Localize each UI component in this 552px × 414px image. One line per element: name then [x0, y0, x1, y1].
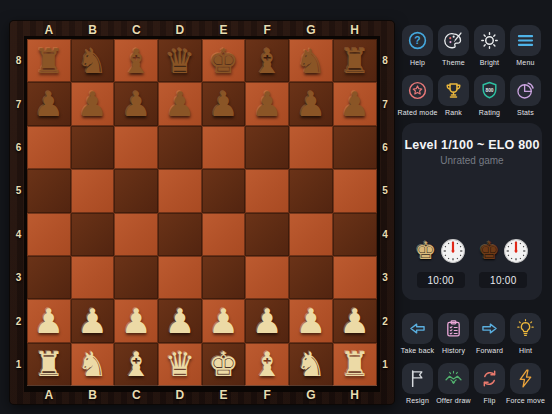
- black-pawn: ♟: [165, 87, 195, 121]
- svg-text:?: ?: [414, 34, 420, 46]
- bright-label: Bright: [480, 59, 500, 66]
- square-c6[interactable]: [114, 126, 158, 169]
- menu-cell: Menu: [510, 25, 541, 66]
- hint-cell: Hint: [510, 313, 541, 354]
- square-h7[interactable]: ♟: [333, 82, 377, 125]
- file-label-bottom-d: D: [158, 386, 202, 404]
- rated-mode-icon: [407, 80, 428, 101]
- square-g1[interactable]: ♞: [289, 343, 333, 386]
- black-pawn: ♟: [34, 87, 64, 121]
- file-label-bottom-a: A: [27, 386, 71, 404]
- rated-mode-button[interactable]: [402, 75, 433, 106]
- black-knight: ♞: [77, 44, 107, 78]
- file-label-bottom-b: B: [71, 386, 115, 404]
- bright-cell: Bright: [474, 25, 505, 66]
- take-back-icon: [407, 318, 428, 339]
- black-bishop: ♝: [121, 44, 151, 78]
- square-b7[interactable]: ♟: [71, 82, 115, 125]
- black-pawn: ♟: [252, 87, 282, 121]
- black-pawn: ♟: [77, 87, 107, 121]
- square-h3[interactable]: [333, 256, 377, 299]
- stats-button[interactable]: [510, 75, 541, 106]
- panel-bottom-buttons: Take backHistoryForwardHintResignOffer d…: [402, 313, 541, 404]
- game-info-card: Level 1/100 ~ ELO 800 Unrated game ♚ ♚ 1…: [402, 123, 542, 300]
- flip-cell: Flip: [474, 363, 505, 404]
- square-e4[interactable]: [202, 213, 246, 256]
- bright-button[interactable]: [474, 25, 505, 56]
- white-king: ♚: [208, 347, 238, 381]
- square-f8[interactable]: ♝: [245, 39, 289, 82]
- square-c2[interactable]: ♟: [114, 299, 158, 342]
- rank-label-right-5: 5: [377, 169, 394, 212]
- file-label-top-b: B: [71, 21, 115, 39]
- square-f2[interactable]: ♟: [245, 299, 289, 342]
- white-bishop: ♝: [252, 347, 282, 381]
- white-king-icon: ♚: [415, 239, 437, 263]
- black-queen: ♛: [165, 44, 195, 78]
- square-c5[interactable]: [114, 169, 158, 212]
- white-pawn: ♟: [77, 304, 107, 338]
- square-d1[interactable]: ♛: [158, 343, 202, 386]
- flip-label: Flip: [483, 397, 495, 404]
- black-pawn: ♟: [296, 87, 326, 121]
- rated-mode-label: Rated mode: [397, 109, 437, 116]
- square-f6[interactable]: [245, 126, 289, 169]
- hint-label: Hint: [519, 347, 532, 354]
- take-back-button[interactable]: [402, 313, 433, 344]
- svg-text:800: 800: [485, 88, 493, 93]
- resign-cell: Resign: [402, 363, 433, 404]
- menu-icon: [515, 30, 536, 51]
- force-move-icon: [515, 368, 536, 389]
- square-f3[interactable]: [245, 256, 289, 299]
- forward-button[interactable]: [474, 313, 505, 344]
- square-b4[interactable]: [71, 213, 115, 256]
- rank-label-right-6: 6: [377, 126, 394, 169]
- resign-button[interactable]: [402, 363, 433, 394]
- black-pawn: ♟: [208, 87, 238, 121]
- square-a6[interactable]: [27, 126, 71, 169]
- white-pawn: ♟: [34, 304, 64, 338]
- square-e7[interactable]: ♟: [202, 82, 246, 125]
- square-g3[interactable]: [289, 256, 333, 299]
- force-move-label: Force move: [506, 397, 545, 404]
- resign-icon: [407, 368, 428, 389]
- square-f5[interactable]: [245, 169, 289, 212]
- menu-button[interactable]: [510, 25, 541, 56]
- black-time: 10:00: [479, 272, 527, 288]
- offer-draw-icon: [443, 368, 464, 389]
- rank-label-right-7: 7: [377, 82, 394, 125]
- rank-label-left-1: 1: [10, 343, 27, 386]
- black-king-icon: ♚: [478, 239, 500, 263]
- rank-label-right-1: 1: [377, 343, 394, 386]
- square-f1[interactable]: ♝: [245, 343, 289, 386]
- black-clock-icon: [503, 238, 529, 264]
- square-g2[interactable]: ♟: [289, 299, 333, 342]
- square-c7[interactable]: ♟: [114, 82, 158, 125]
- force-move-button[interactable]: [510, 363, 541, 394]
- file-label-bottom-g: G: [289, 386, 333, 404]
- white-clock-group: ♚: [415, 238, 466, 264]
- rating-label: Rating: [479, 109, 500, 116]
- square-d2[interactable]: ♟: [158, 299, 202, 342]
- square-b5[interactable]: [71, 169, 115, 212]
- resign-label: Resign: [406, 397, 429, 404]
- help-cell: ?Help: [402, 25, 433, 66]
- square-d4[interactable]: [158, 213, 202, 256]
- rated-mode-cell: Rated mode: [402, 75, 433, 116]
- white-knight: ♞: [296, 347, 326, 381]
- menu-label: Menu: [516, 59, 534, 66]
- take-back-cell: Take back: [402, 313, 433, 354]
- white-pawn: ♟: [339, 304, 369, 338]
- square-a7[interactable]: ♟: [27, 82, 71, 125]
- white-clock-icon: [440, 238, 466, 264]
- black-rook: ♜: [34, 44, 64, 78]
- file-label-bottom-h: H: [333, 386, 377, 404]
- white-rook: ♜: [339, 347, 369, 381]
- rank-label-left-8: 8: [10, 39, 27, 82]
- history-label: History: [442, 347, 465, 354]
- square-d5[interactable]: [158, 169, 202, 212]
- white-time: 10:00: [417, 272, 465, 288]
- square-c4[interactable]: [114, 213, 158, 256]
- square-d3[interactable]: [158, 256, 202, 299]
- file-label-bottom-c: C: [114, 386, 158, 404]
- square-e6[interactable]: [202, 126, 246, 169]
- panel-top-buttons: ?HelpThemeBrightMenuRated modeRank800Rat…: [402, 25, 541, 116]
- game-type-subtitle: Unrated game: [440, 155, 503, 166]
- hint-button[interactable]: [510, 313, 541, 344]
- square-e2[interactable]: ♟: [202, 299, 246, 342]
- file-label-top-c: C: [114, 21, 158, 39]
- rank-label-left-7: 7: [10, 82, 27, 125]
- flip-icon: [479, 368, 500, 389]
- square-g4[interactable]: [289, 213, 333, 256]
- square-d7[interactable]: ♟: [158, 82, 202, 125]
- square-h5[interactable]: [333, 169, 377, 212]
- black-pawn: ♟: [339, 87, 369, 121]
- offer-draw-button[interactable]: [438, 363, 469, 394]
- rank-label-left-2: 2: [10, 299, 27, 342]
- hint-icon: [515, 318, 536, 339]
- rank-label-left-5: 5: [10, 169, 27, 212]
- rank-label-left-6: 6: [10, 126, 27, 169]
- square-b3[interactable]: [71, 256, 115, 299]
- rank-cell: Rank: [438, 75, 469, 116]
- rank-label-left-3: 3: [10, 256, 27, 299]
- square-b1[interactable]: ♞: [71, 343, 115, 386]
- rank-label-right-8: 8: [377, 39, 394, 82]
- offer-draw-cell: Offer draw: [438, 363, 469, 404]
- square-h2[interactable]: ♟: [333, 299, 377, 342]
- take-back-label: Take back: [401, 347, 434, 354]
- flip-button[interactable]: [474, 363, 505, 394]
- square-h4[interactable]: [333, 213, 377, 256]
- square-h8[interactable]: ♜: [333, 39, 377, 82]
- black-clock-group: ♚: [478, 238, 529, 264]
- square-g5[interactable]: [289, 169, 333, 212]
- square-a5[interactable]: [27, 169, 71, 212]
- square-e8[interactable]: ♚: [202, 39, 246, 82]
- rank-label-right-2: 2: [377, 299, 394, 342]
- square-f4[interactable]: [245, 213, 289, 256]
- file-label-top-d: D: [158, 21, 202, 39]
- history-button[interactable]: [438, 313, 469, 344]
- rating-icon: 800: [479, 80, 500, 101]
- white-pawn: ♟: [252, 304, 282, 338]
- history-cell: History: [438, 313, 469, 354]
- square-c3[interactable]: [114, 256, 158, 299]
- square-b6[interactable]: [71, 126, 115, 169]
- square-a4[interactable]: [27, 213, 71, 256]
- square-a8[interactable]: ♜: [27, 39, 71, 82]
- rating-button[interactable]: 800: [474, 75, 505, 106]
- square-h6[interactable]: [333, 126, 377, 169]
- rank-label: Rank: [445, 109, 462, 116]
- help-button[interactable]: ?: [402, 25, 433, 56]
- file-label-top-h: H: [333, 21, 377, 39]
- theme-button[interactable]: [438, 25, 469, 56]
- chess-board-frame: AABBCCDDEEFFGGHH8877665544332211♜♞♝♛♚♝♞♜…: [10, 21, 394, 404]
- help-label: Help: [410, 59, 425, 66]
- square-a2[interactable]: ♟: [27, 299, 71, 342]
- stats-icon: [515, 80, 536, 101]
- rank-label-right-4: 4: [377, 213, 394, 256]
- square-b8[interactable]: ♞: [71, 39, 115, 82]
- stats-label: Stats: [517, 109, 534, 116]
- file-label-top-g: G: [289, 21, 333, 39]
- square-d8[interactable]: ♛: [158, 39, 202, 82]
- black-rook: ♜: [339, 44, 369, 78]
- clocks-row: ♚ ♚: [402, 238, 542, 264]
- square-e5[interactable]: [202, 169, 246, 212]
- square-c8[interactable]: ♝: [114, 39, 158, 82]
- stats-cell: Stats: [510, 75, 541, 116]
- square-a1[interactable]: ♜: [27, 343, 71, 386]
- square-e3[interactable]: [202, 256, 246, 299]
- file-label-top-f: F: [245, 21, 289, 39]
- square-f7[interactable]: ♟: [245, 82, 289, 125]
- black-king: ♚: [208, 44, 238, 78]
- white-pawn: ♟: [121, 304, 151, 338]
- help-icon: ?: [407, 30, 428, 51]
- file-label-bottom-f: F: [245, 386, 289, 404]
- rank-label-left-4: 4: [10, 213, 27, 256]
- square-g6[interactable]: [289, 126, 333, 169]
- square-g7[interactable]: ♟: [289, 82, 333, 125]
- file-label-top-a: A: [27, 21, 71, 39]
- theme-icon: [443, 30, 464, 51]
- white-pawn: ♟: [296, 304, 326, 338]
- black-bishop: ♝: [252, 44, 282, 78]
- square-g8[interactable]: ♞: [289, 39, 333, 82]
- file-label-bottom-e: E: [202, 386, 246, 404]
- history-icon: [443, 318, 464, 339]
- forward-cell: Forward: [474, 313, 505, 354]
- square-h1[interactable]: ♜: [333, 343, 377, 386]
- white-pawn: ♟: [165, 304, 195, 338]
- bright-icon: [479, 30, 500, 51]
- level-title: Level 1/100 ~ ELO 800: [404, 138, 539, 152]
- white-knight: ♞: [77, 347, 107, 381]
- square-c1[interactable]: ♝: [114, 343, 158, 386]
- white-rook: ♜: [34, 347, 64, 381]
- time-pills-row: 10:00 10:00: [402, 272, 542, 288]
- rank-label-right-3: 3: [377, 256, 394, 299]
- rank-button[interactable]: [438, 75, 469, 106]
- square-b2[interactable]: ♟: [71, 299, 115, 342]
- offer-draw-label: Offer draw: [436, 397, 471, 404]
- black-pawn: ♟: [121, 87, 151, 121]
- forward-label: Forward: [476, 347, 503, 354]
- forward-icon: [479, 318, 500, 339]
- square-d6[interactable]: [158, 126, 202, 169]
- rank-icon: [443, 80, 464, 101]
- black-knight: ♞: [296, 44, 326, 78]
- white-bishop: ♝: [121, 347, 151, 381]
- white-queen: ♛: [165, 347, 195, 381]
- theme-cell: Theme: [438, 25, 469, 66]
- rating-cell: 800Rating: [474, 75, 505, 116]
- square-e1[interactable]: ♚: [202, 343, 246, 386]
- theme-label: Theme: [442, 59, 465, 66]
- force-move-cell: Force move: [510, 363, 541, 404]
- file-label-top-e: E: [202, 21, 246, 39]
- square-a3[interactable]: [27, 256, 71, 299]
- white-pawn: ♟: [208, 304, 238, 338]
